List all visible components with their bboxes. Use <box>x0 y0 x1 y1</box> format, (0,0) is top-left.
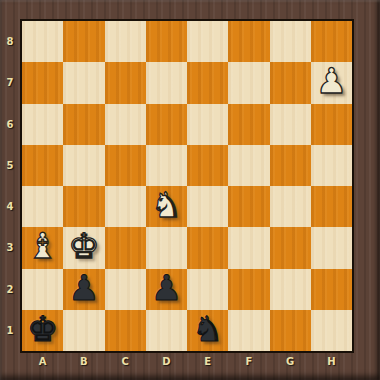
square-a8[interactable] <box>22 21 63 62</box>
rank-label-5: 5 <box>0 145 20 186</box>
square-g8[interactable] <box>270 21 311 62</box>
rank-label-4: 4 <box>0 186 20 227</box>
square-e5[interactable] <box>187 145 228 186</box>
square-d1[interactable] <box>146 310 187 351</box>
square-a5[interactable] <box>22 145 63 186</box>
square-b6[interactable] <box>63 104 104 145</box>
square-c7[interactable] <box>105 62 146 103</box>
square-g2[interactable] <box>270 269 311 310</box>
square-f5[interactable] <box>228 145 269 186</box>
rank-label-7: 7 <box>0 62 20 103</box>
square-c6[interactable] <box>105 104 146 145</box>
board[interactable]: ♟♞♝♚♟♟♚♞ <box>20 19 354 353</box>
square-d8[interactable] <box>146 21 187 62</box>
square-b5[interactable] <box>63 145 104 186</box>
square-b2[interactable]: ♟ <box>63 269 104 310</box>
chessboard-frame: 87654321 ♟♞♝♚♟♟♚♞ ABCDEFGH <box>0 0 380 380</box>
square-f8[interactable] <box>228 21 269 62</box>
square-h5[interactable] <box>311 145 352 186</box>
square-c2[interactable] <box>105 269 146 310</box>
square-e6[interactable] <box>187 104 228 145</box>
square-b1[interactable] <box>63 310 104 351</box>
square-h4[interactable] <box>311 186 352 227</box>
square-f6[interactable] <box>228 104 269 145</box>
square-c1[interactable] <box>105 310 146 351</box>
white-bishop-a3[interactable]: ♝ <box>27 229 58 264</box>
rank-label-1: 1 <box>0 310 20 351</box>
file-label-a: A <box>22 352 63 380</box>
square-d4[interactable]: ♞ <box>146 186 187 227</box>
white-pawn-h7[interactable]: ♟ <box>316 64 347 99</box>
square-g5[interactable] <box>270 145 311 186</box>
square-b4[interactable] <box>63 186 104 227</box>
square-h7[interactable]: ♟ <box>311 62 352 103</box>
square-a7[interactable] <box>22 62 63 103</box>
black-pawn-d2[interactable]: ♟ <box>151 271 182 306</box>
square-c4[interactable] <box>105 186 146 227</box>
rank-label-8: 8 <box>0 21 20 62</box>
square-h2[interactable] <box>311 269 352 310</box>
file-label-f: F <box>228 352 269 380</box>
square-c8[interactable] <box>105 21 146 62</box>
rank-label-3: 3 <box>0 227 20 268</box>
square-a2[interactable] <box>22 269 63 310</box>
square-h8[interactable] <box>311 21 352 62</box>
file-label-b: B <box>63 352 104 380</box>
square-f1[interactable] <box>228 310 269 351</box>
square-e4[interactable] <box>187 186 228 227</box>
rank-label-6: 6 <box>0 104 20 145</box>
square-g4[interactable] <box>270 186 311 227</box>
black-king-a1[interactable]: ♚ <box>27 312 58 347</box>
file-label-e: E <box>187 352 228 380</box>
square-d2[interactable]: ♟ <box>146 269 187 310</box>
square-f4[interactable] <box>228 186 269 227</box>
square-d5[interactable] <box>146 145 187 186</box>
square-g1[interactable] <box>270 310 311 351</box>
file-label-d: D <box>146 352 187 380</box>
square-e8[interactable] <box>187 21 228 62</box>
square-h3[interactable] <box>311 227 352 268</box>
square-c3[interactable] <box>105 227 146 268</box>
file-label-h: H <box>311 352 352 380</box>
square-e1[interactable]: ♞ <box>187 310 228 351</box>
square-b8[interactable] <box>63 21 104 62</box>
square-c5[interactable] <box>105 145 146 186</box>
black-knight-e1[interactable]: ♞ <box>192 312 223 347</box>
square-b7[interactable] <box>63 62 104 103</box>
square-e3[interactable] <box>187 227 228 268</box>
square-g6[interactable] <box>270 104 311 145</box>
square-d3[interactable] <box>146 227 187 268</box>
square-a3[interactable]: ♝ <box>22 227 63 268</box>
square-f3[interactable] <box>228 227 269 268</box>
square-h1[interactable] <box>311 310 352 351</box>
rank-label-2: 2 <box>0 269 20 310</box>
square-a4[interactable] <box>22 186 63 227</box>
square-g3[interactable] <box>270 227 311 268</box>
square-d7[interactable] <box>146 62 187 103</box>
square-a1[interactable]: ♚ <box>22 310 63 351</box>
file-label-c: C <box>105 352 146 380</box>
file-labels: ABCDEFGH <box>22 352 352 380</box>
square-b3[interactable]: ♚ <box>63 227 104 268</box>
white-knight-d4[interactable]: ♞ <box>151 188 182 223</box>
file-label-g: G <box>270 352 311 380</box>
square-a6[interactable] <box>22 104 63 145</box>
black-pawn-b2[interactable]: ♟ <box>68 271 99 306</box>
white-king-b3[interactable]: ♚ <box>68 229 99 264</box>
square-g7[interactable] <box>270 62 311 103</box>
square-e7[interactable] <box>187 62 228 103</box>
square-f7[interactable] <box>228 62 269 103</box>
square-d6[interactable] <box>146 104 187 145</box>
square-e2[interactable] <box>187 269 228 310</box>
square-f2[interactable] <box>228 269 269 310</box>
square-h6[interactable] <box>311 104 352 145</box>
rank-labels: 87654321 <box>0 21 20 351</box>
